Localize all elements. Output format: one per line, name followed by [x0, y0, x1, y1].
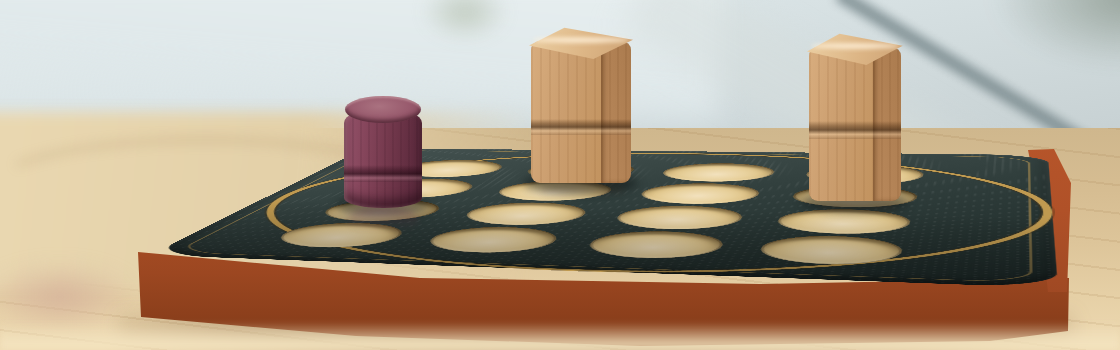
- piece-face-right: [601, 41, 631, 183]
- piece-face-left: [531, 41, 601, 183]
- piece-reflection: [348, 206, 418, 234]
- piece-body: [531, 41, 631, 183]
- piece-top-highlight: [811, 43, 899, 49]
- photo-scene: [0, 0, 1120, 350]
- piece-groove: [809, 121, 901, 139]
- piece-top-highlight: [533, 37, 629, 43]
- piece-body: [344, 108, 422, 208]
- piece-groove: [344, 165, 422, 182]
- piece-short-round-dark[interactable]: [344, 96, 422, 208]
- piece-top-face: [345, 96, 421, 123]
- piece-reflection: [540, 181, 624, 199]
- piece-tall-square-light-2[interactable]: [809, 33, 901, 201]
- piece-reflection: [818, 199, 896, 217]
- piece-tall-square-light-1[interactable]: [531, 27, 631, 183]
- background-smudge: [420, 0, 510, 42]
- piece-groove: [531, 119, 631, 135]
- piece-body: [809, 47, 901, 201]
- foreground-blur: [0, 322, 1120, 350]
- background-corner-shadow: [990, 0, 1120, 70]
